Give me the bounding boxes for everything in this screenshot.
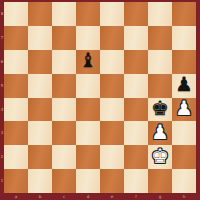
file-label-f: f bbox=[124, 194, 148, 200]
square-g8[interactable] bbox=[148, 2, 172, 26]
square-d3[interactable] bbox=[76, 121, 100, 145]
square-a6[interactable] bbox=[4, 50, 28, 74]
square-f3[interactable] bbox=[124, 121, 148, 145]
square-f7[interactable] bbox=[124, 26, 148, 50]
file-label-g: g bbox=[148, 194, 172, 200]
square-a7[interactable] bbox=[4, 26, 28, 50]
square-b2[interactable] bbox=[28, 145, 52, 169]
square-h7[interactable] bbox=[172, 26, 196, 50]
square-c5[interactable] bbox=[52, 74, 76, 98]
square-g2[interactable]: ♚ bbox=[148, 145, 172, 169]
square-b1[interactable] bbox=[28, 169, 52, 193]
square-b4[interactable] bbox=[28, 98, 52, 122]
square-d1[interactable] bbox=[76, 169, 100, 193]
chess-board-frame: ♝♟♚♟♟♚ 87654321abcdefgh bbox=[0, 0, 200, 200]
square-g5[interactable] bbox=[148, 74, 172, 98]
square-e3[interactable] bbox=[100, 121, 124, 145]
square-d2[interactable] bbox=[76, 145, 100, 169]
square-g4[interactable]: ♚ bbox=[148, 98, 172, 122]
square-a8[interactable] bbox=[4, 2, 28, 26]
square-f6[interactable] bbox=[124, 50, 148, 74]
square-d6[interactable]: ♝ bbox=[76, 50, 100, 74]
square-e7[interactable] bbox=[100, 26, 124, 50]
square-c7[interactable] bbox=[52, 26, 76, 50]
square-b8[interactable] bbox=[28, 2, 52, 26]
square-e6[interactable] bbox=[100, 50, 124, 74]
square-d4[interactable] bbox=[76, 98, 100, 122]
file-label-d: d bbox=[76, 194, 100, 200]
square-d7[interactable] bbox=[76, 26, 100, 50]
square-c4[interactable] bbox=[52, 98, 76, 122]
square-e8[interactable] bbox=[100, 2, 124, 26]
square-h5[interactable]: ♟ bbox=[172, 74, 196, 98]
white-pawn[interactable]: ♟ bbox=[151, 121, 169, 144]
square-f8[interactable] bbox=[124, 2, 148, 26]
square-c2[interactable] bbox=[52, 145, 76, 169]
square-c8[interactable] bbox=[52, 2, 76, 26]
file-label-c: c bbox=[52, 194, 76, 200]
square-g7[interactable] bbox=[148, 26, 172, 50]
file-label-e: e bbox=[100, 194, 124, 200]
square-h8[interactable] bbox=[172, 2, 196, 26]
square-g3[interactable]: ♟ bbox=[148, 121, 172, 145]
square-c6[interactable] bbox=[52, 50, 76, 74]
square-h1[interactable] bbox=[172, 169, 196, 193]
square-a3[interactable] bbox=[4, 121, 28, 145]
square-h6[interactable] bbox=[172, 50, 196, 74]
black-bishop[interactable]: ♝ bbox=[79, 49, 97, 72]
square-c1[interactable] bbox=[52, 169, 76, 193]
square-a1[interactable] bbox=[4, 169, 28, 193]
square-h3[interactable] bbox=[172, 121, 196, 145]
square-h2[interactable] bbox=[172, 145, 196, 169]
square-h4[interactable]: ♟ bbox=[172, 98, 196, 122]
square-d8[interactable] bbox=[76, 2, 100, 26]
file-label-b: b bbox=[28, 194, 52, 200]
file-label-a: a bbox=[4, 194, 28, 200]
square-d5[interactable] bbox=[76, 74, 100, 98]
black-king[interactable]: ♚ bbox=[151, 97, 169, 120]
square-f5[interactable] bbox=[124, 74, 148, 98]
square-e4[interactable] bbox=[100, 98, 124, 122]
square-e1[interactable] bbox=[100, 169, 124, 193]
file-label-h: h bbox=[172, 194, 196, 200]
square-b7[interactable] bbox=[28, 26, 52, 50]
square-g6[interactable] bbox=[148, 50, 172, 74]
square-f4[interactable] bbox=[124, 98, 148, 122]
square-e2[interactable] bbox=[100, 145, 124, 169]
square-b6[interactable] bbox=[28, 50, 52, 74]
square-g1[interactable] bbox=[148, 169, 172, 193]
square-b3[interactable] bbox=[28, 121, 52, 145]
square-f2[interactable] bbox=[124, 145, 148, 169]
square-b5[interactable] bbox=[28, 74, 52, 98]
white-king[interactable]: ♚ bbox=[151, 145, 169, 168]
black-pawn[interactable]: ♟ bbox=[175, 73, 193, 96]
square-a5[interactable] bbox=[4, 74, 28, 98]
square-c3[interactable] bbox=[52, 121, 76, 145]
white-pawn[interactable]: ♟ bbox=[175, 97, 193, 120]
square-f1[interactable] bbox=[124, 169, 148, 193]
chess-board: ♝♟♚♟♟♚ bbox=[4, 2, 196, 193]
square-e5[interactable] bbox=[100, 74, 124, 98]
square-a2[interactable] bbox=[4, 145, 28, 169]
square-a4[interactable] bbox=[4, 98, 28, 122]
